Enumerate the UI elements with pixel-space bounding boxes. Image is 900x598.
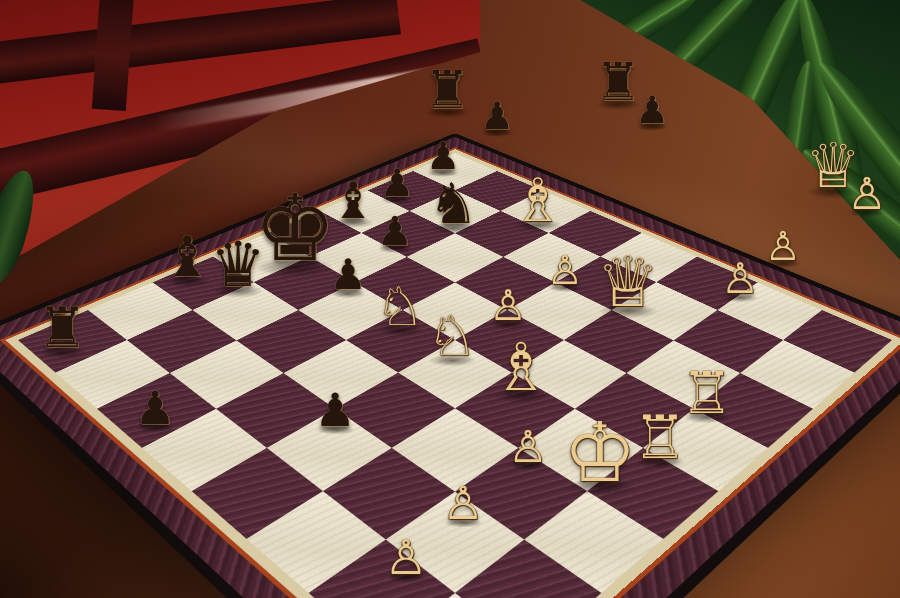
black-queen-f7[interactable]: ♛ — [210, 234, 266, 296]
black-pawn-glyph: ♟ — [480, 94, 514, 138]
white-pawn-glyph: ♙ — [847, 168, 886, 219]
white-pawn-b2[interactable]: ♙ — [721, 258, 759, 300]
white-pawn-f2[interactable]: ♙ — [508, 425, 547, 469]
black-bishop-d7[interactable]: ♝ — [331, 176, 376, 226]
black-pawn-glyph: ♟ — [134, 381, 175, 435]
white-rook-glyph: ♖ — [633, 402, 687, 472]
black-pawn-glyph: ♟ — [314, 383, 355, 437]
black-pawn-b7[interactable]: ♟ — [426, 137, 460, 175]
white-pawn-h2[interactable]: ♙ — [384, 533, 427, 581]
white-rook-d1[interactable]: ♖ — [681, 364, 733, 422]
white-queen-c3[interactable]: ♕ — [597, 247, 660, 317]
black-pawn-table-behind-board[interactable]: ♟ — [635, 91, 669, 129]
black-queen-glyph: ♛ — [210, 228, 266, 301]
white-queen-glyph: ♕ — [597, 241, 660, 323]
white-knight-glyph: ♘ — [427, 303, 477, 368]
white-rook-e1[interactable]: ♖ — [633, 407, 687, 467]
white-pawn-glyph: ♙ — [547, 247, 583, 293]
white-king-f1[interactable]: ♔ — [563, 412, 637, 494]
white-knight-e4[interactable]: ♘ — [427, 308, 477, 364]
chess-photo-scene: ♜♜♟♟♟♕♟♙♝♗♞♟♙♚♝♙♛♟♙♕♙♘♜♘♗♖♟♟♖♙♔♙♙ — [0, 0, 900, 598]
black-rook-glyph: ♜ — [424, 60, 471, 120]
white-knight-e5[interactable]: ♘ — [376, 280, 424, 334]
white-bishop-glyph: ♗ — [511, 165, 565, 235]
black-pawn-d6[interactable]: ♟ — [377, 211, 413, 251]
white-pawn-a2[interactable]: ♙ — [765, 226, 801, 266]
black-knight-c6[interactable]: ♞ — [428, 176, 478, 232]
black-pawn-glyph: ♟ — [377, 208, 413, 254]
black-bishop-glyph: ♝ — [162, 224, 212, 289]
white-bishop-b5[interactable]: ♗ — [511, 170, 565, 230]
white-pawn-glyph: ♙ — [384, 529, 427, 585]
black-bishop-f8[interactable]: ♝ — [162, 229, 212, 285]
white-pawn-glyph: ♙ — [508, 421, 547, 472]
pieces-layer: ♜♜♟♟♟♕♟♙♝♗♞♟♙♚♝♙♛♟♙♕♙♘♜♘♗♖♟♟♖♙♔♙♙ — [0, 0, 900, 598]
white-rook-glyph: ♖ — [681, 359, 733, 427]
black-pawn-glyph: ♟ — [329, 250, 367, 299]
black-pawn-glyph: ♟ — [380, 161, 414, 205]
black-knight-glyph: ♞ — [428, 171, 478, 236]
black-pawn-board-border-far-left[interactable]: ♟ — [480, 97, 514, 135]
black-pawn-e6[interactable]: ♟ — [329, 254, 367, 296]
black-rook-glyph: ♜ — [37, 295, 87, 360]
white-pawn-glyph: ♙ — [489, 281, 527, 330]
white-pawn-glyph: ♙ — [442, 476, 483, 530]
black-bishop-glyph: ♝ — [331, 172, 376, 230]
black-pawn-g4[interactable]: ♟ — [314, 387, 355, 433]
black-pawn-h6[interactable]: ♟ — [134, 385, 175, 431]
white-pawn-g2[interactable]: ♙ — [442, 480, 483, 526]
white-bishop-glyph: ♗ — [491, 329, 550, 406]
black-rook-board-border-far-left[interactable]: ♜ — [424, 64, 471, 116]
white-pawn-c4[interactable]: ♙ — [547, 250, 583, 290]
white-knight-glyph: ♘ — [376, 275, 424, 338]
white-bishop-e3[interactable]: ♗ — [491, 335, 550, 401]
black-pawn-c7[interactable]: ♟ — [380, 164, 414, 202]
white-pawn-glyph: ♙ — [765, 223, 801, 269]
white-pawn-d4[interactable]: ♙ — [489, 285, 527, 327]
black-pawn-glyph: ♟ — [635, 88, 669, 132]
white-pawn-glyph: ♙ — [721, 254, 759, 303]
white-king-glyph: ♔ — [563, 405, 637, 500]
white-pawn-table-right-of-board[interactable]: ♙ — [847, 172, 886, 216]
black-rook-h8[interactable]: ♜ — [37, 300, 87, 356]
